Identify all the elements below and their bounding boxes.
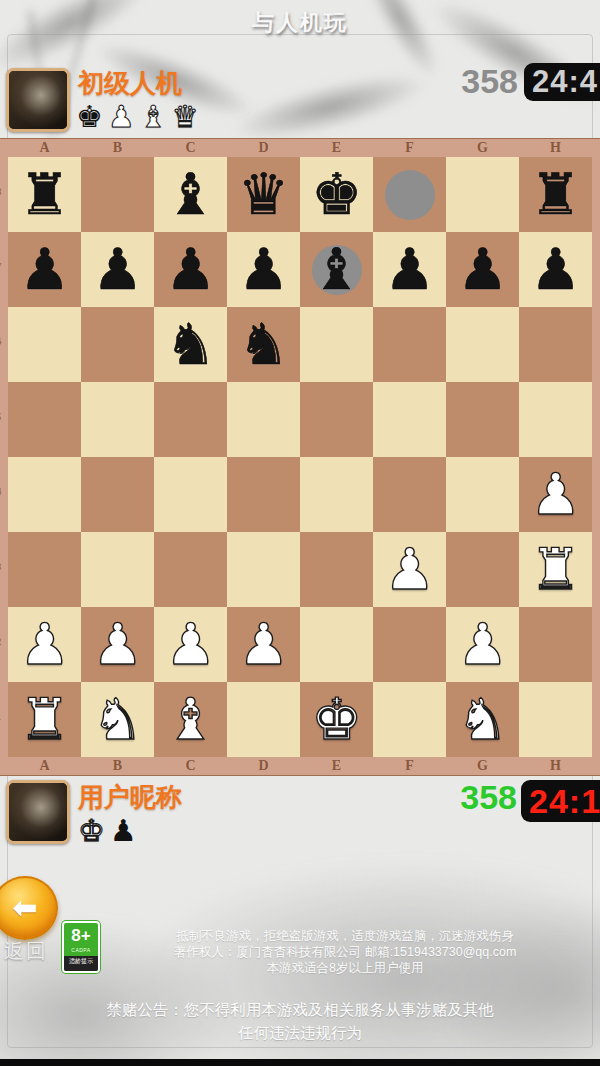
square-e7[interactable]: ♝ bbox=[300, 232, 373, 307]
piece-black-pawn: ♟ bbox=[165, 232, 216, 307]
file-label-c: C bbox=[154, 139, 227, 157]
square-c6[interactable]: ♞ bbox=[154, 307, 227, 382]
age-rating-badge: 8+ CADPA 适龄提示 bbox=[62, 921, 100, 973]
square-c2[interactable]: ♟ bbox=[154, 607, 227, 682]
square-g2[interactable]: ♟ bbox=[446, 607, 519, 682]
square-f6[interactable] bbox=[373, 307, 446, 382]
captured-white-queen: ♛ bbox=[172, 100, 199, 134]
square-a3[interactable] bbox=[8, 532, 81, 607]
file-label-e: E bbox=[300, 139, 373, 157]
square-h3[interactable]: ♜ bbox=[519, 532, 592, 607]
square-e6[interactable] bbox=[300, 307, 373, 382]
rank-label-2: 2 bbox=[0, 635, 8, 647]
piece-white-pawn: ♟ bbox=[238, 607, 289, 682]
disclaimer-text: 抵制不良游戏，拒绝盗版游戏，适度游戏益脑，沉迷游戏伤身 著作权人：厦门杳杳科技有… bbox=[100, 928, 590, 976]
square-g3[interactable] bbox=[446, 532, 519, 607]
piece-black-pawn: ♟ bbox=[530, 232, 581, 307]
rank-label-3: 3 bbox=[0, 560, 8, 572]
square-d3[interactable] bbox=[227, 532, 300, 607]
file-labels-bottom: ABCDEFGH bbox=[8, 757, 592, 775]
piece-black-pawn: ♟ bbox=[384, 232, 435, 307]
square-f3[interactable]: ♟ bbox=[373, 532, 446, 607]
square-h2[interactable] bbox=[519, 607, 592, 682]
square-c7[interactable]: ♟ bbox=[154, 232, 227, 307]
bottom-player-clock: 24:18 bbox=[521, 780, 600, 822]
piece-black-rook: ♜ bbox=[530, 157, 581, 232]
piece-black-bishop: ♝ bbox=[165, 157, 216, 232]
square-h4[interactable]: ♟ bbox=[519, 457, 592, 532]
square-e5[interactable] bbox=[300, 382, 373, 457]
square-f1[interactable] bbox=[373, 682, 446, 757]
square-e8[interactable]: ♚ bbox=[300, 157, 373, 232]
square-g6[interactable] bbox=[446, 307, 519, 382]
square-e4[interactable] bbox=[300, 457, 373, 532]
piece-black-bishop: ♝ bbox=[311, 232, 362, 307]
square-a4[interactable] bbox=[8, 457, 81, 532]
piece-black-pawn: ♟ bbox=[238, 232, 289, 307]
file-label-f: F bbox=[373, 757, 446, 775]
square-b4[interactable] bbox=[81, 457, 154, 532]
piece-white-rook: ♜ bbox=[19, 682, 70, 757]
file-label-g: G bbox=[446, 139, 519, 157]
square-d1[interactable] bbox=[227, 682, 300, 757]
piece-white-knight: ♞ bbox=[92, 682, 143, 757]
square-f8[interactable] bbox=[373, 157, 446, 232]
app-screen: 与人机玩 初级人机 ♚♟♝♛ 358 24:4 ABCDEFGH ♜♝♛♚♜♟♟… bbox=[0, 0, 600, 1066]
piece-black-knight: ♞ bbox=[165, 307, 216, 382]
file-label-b: B bbox=[81, 139, 154, 157]
rank-label-1: 1 bbox=[0, 710, 8, 722]
top-captured-tray: ♚♟♝♛ bbox=[76, 100, 199, 134]
square-d7[interactable]: ♟ bbox=[227, 232, 300, 307]
back-button-label: 返回 bbox=[4, 938, 48, 965]
anti-gambling-notice: 禁赌公告：您不得利用本游戏及相关服务从事涉赌及其他 任何违法违规行为 bbox=[0, 998, 600, 1044]
top-player-avatar[interactable] bbox=[6, 68, 70, 132]
square-a2[interactable]: ♟ bbox=[8, 607, 81, 682]
piece-black-pawn: ♟ bbox=[19, 232, 70, 307]
square-h5[interactable] bbox=[519, 382, 592, 457]
back-arrow-icon: ⬅ bbox=[12, 893, 37, 923]
bottom-system-bar bbox=[0, 1059, 600, 1066]
piece-black-pawn: ♟ bbox=[92, 232, 143, 307]
square-b2[interactable]: ♟ bbox=[81, 607, 154, 682]
file-label-a: A bbox=[8, 139, 81, 157]
square-d8[interactable]: ♛ bbox=[227, 157, 300, 232]
square-e3[interactable] bbox=[300, 532, 373, 607]
square-a8[interactable]: ♜ bbox=[8, 157, 81, 232]
piece-white-king: ♚ bbox=[311, 682, 362, 757]
square-g4[interactable] bbox=[446, 457, 519, 532]
square-d5[interactable] bbox=[227, 382, 300, 457]
top-player-name: 初级人机 bbox=[78, 66, 182, 101]
square-a6[interactable] bbox=[8, 307, 81, 382]
captured-white-bishop: ♝ bbox=[140, 100, 167, 134]
avatar-photo bbox=[9, 71, 67, 129]
square-g8[interactable] bbox=[446, 157, 519, 232]
square-h8[interactable]: ♜ bbox=[519, 157, 592, 232]
square-h1[interactable] bbox=[519, 682, 592, 757]
square-g7[interactable]: ♟ bbox=[446, 232, 519, 307]
file-label-a: A bbox=[8, 757, 81, 775]
file-label-h: H bbox=[519, 139, 592, 157]
square-f4[interactable] bbox=[373, 457, 446, 532]
bottom-player-score: 358 bbox=[425, 778, 517, 817]
file-labels-top: ABCDEFGH bbox=[8, 139, 592, 157]
square-c3[interactable] bbox=[154, 532, 227, 607]
avatar-photo bbox=[9, 783, 67, 841]
piece-white-pawn: ♟ bbox=[165, 607, 216, 682]
file-label-d: D bbox=[227, 757, 300, 775]
piece-black-queen: ♛ bbox=[238, 157, 289, 232]
square-d4[interactable] bbox=[227, 457, 300, 532]
piece-white-pawn: ♟ bbox=[457, 607, 508, 682]
file-label-d: D bbox=[227, 139, 300, 157]
square-e1[interactable]: ♚ bbox=[300, 682, 373, 757]
square-a5[interactable] bbox=[8, 382, 81, 457]
square-b7[interactable]: ♟ bbox=[81, 232, 154, 307]
bottom-captured-tray: ♚♟ bbox=[78, 814, 137, 848]
piece-white-bishop: ♝ bbox=[165, 682, 216, 757]
square-h7[interactable]: ♟ bbox=[519, 232, 592, 307]
captured-white-pawn: ♟ bbox=[108, 100, 135, 134]
square-b1[interactable]: ♞ bbox=[81, 682, 154, 757]
piece-black-pawn: ♟ bbox=[457, 232, 508, 307]
piece-white-pawn: ♟ bbox=[19, 607, 70, 682]
notice-line: 任何违法违规行为 bbox=[0, 1021, 600, 1044]
square-c5[interactable] bbox=[154, 382, 227, 457]
top-player-clock: 24:4 bbox=[524, 63, 600, 101]
black-king-side-icon: ♚ bbox=[76, 100, 103, 134]
disclaimer-line: 抵制不良游戏，拒绝盗版游戏，适度游戏益脑，沉迷游戏伤身 bbox=[100, 928, 590, 944]
rank-label-8: 8 bbox=[0, 185, 8, 197]
square-f2[interactable] bbox=[373, 607, 446, 682]
square-b8[interactable] bbox=[81, 157, 154, 232]
square-b5[interactable] bbox=[81, 382, 154, 457]
piece-white-pawn: ♟ bbox=[384, 532, 435, 607]
square-a1[interactable]: ♜ bbox=[8, 682, 81, 757]
square-d2[interactable]: ♟ bbox=[227, 607, 300, 682]
file-label-f: F bbox=[373, 139, 446, 157]
bottom-player-avatar[interactable] bbox=[6, 780, 70, 844]
piece-white-knight: ♞ bbox=[457, 682, 508, 757]
disclaimer-line: 著作权人：厦门杳杳科技有限公司 邮箱:1519433730@qq.com bbox=[100, 944, 590, 960]
square-g1[interactable]: ♞ bbox=[446, 682, 519, 757]
notice-line: 禁赌公告：您不得利用本游戏及相关服务从事涉赌及其他 bbox=[0, 998, 600, 1021]
piece-black-knight: ♞ bbox=[238, 307, 289, 382]
age-rating-subtitle: CADPA bbox=[71, 947, 90, 954]
top-player-score: 358 bbox=[430, 62, 518, 101]
age-rating-strip: 适龄提示 bbox=[64, 956, 98, 971]
file-label-c: C bbox=[154, 757, 227, 775]
rank-label-7: 7 bbox=[0, 260, 8, 272]
file-label-b: B bbox=[81, 757, 154, 775]
white-king-side-icon: ♚ bbox=[78, 814, 105, 848]
rank-label-5: 5 bbox=[0, 410, 8, 422]
square-b6[interactable] bbox=[81, 307, 154, 382]
file-label-h: H bbox=[519, 757, 592, 775]
square-g5[interactable] bbox=[446, 382, 519, 457]
square-c4[interactable] bbox=[154, 457, 227, 532]
square-a7[interactable]: ♟ bbox=[8, 232, 81, 307]
captured-black-pawn: ♟ bbox=[110, 814, 137, 848]
rank-label-4: 4 bbox=[0, 485, 8, 497]
file-label-g: G bbox=[446, 757, 519, 775]
rank-label-6: 6 bbox=[0, 335, 8, 347]
chess-board: ABCDEFGH ♜♝♛♚♜♟♟♟♟♝♟♟♟♞♞♟♟♜♟♟♟♟♟♜♞♝♚♞ AB… bbox=[0, 138, 600, 776]
square-b3[interactable] bbox=[81, 532, 154, 607]
square-d6[interactable]: ♞ bbox=[227, 307, 300, 382]
square-f5[interactable] bbox=[373, 382, 446, 457]
square-f7[interactable]: ♟ bbox=[373, 232, 446, 307]
age-rating-value: 8+ bbox=[71, 925, 90, 947]
piece-black-king: ♚ bbox=[311, 157, 362, 232]
board-squares: ♜♝♛♚♜♟♟♟♟♝♟♟♟♞♞♟♟♜♟♟♟♟♟♜♞♝♚♞ bbox=[8, 157, 592, 757]
bottom-player-name: 用户昵称 bbox=[78, 780, 182, 815]
piece-black-rook: ♜ bbox=[19, 157, 70, 232]
square-c1[interactable]: ♝ bbox=[154, 682, 227, 757]
last-move-highlight bbox=[385, 170, 435, 220]
page-title: 与人机玩 bbox=[0, 8, 600, 38]
square-e2[interactable] bbox=[300, 607, 373, 682]
square-h6[interactable] bbox=[519, 307, 592, 382]
square-c8[interactable]: ♝ bbox=[154, 157, 227, 232]
disclaimer-line: 本游戏适合8岁以上用户使用 bbox=[100, 960, 590, 976]
piece-white-pawn: ♟ bbox=[530, 457, 581, 532]
piece-white-pawn: ♟ bbox=[92, 607, 143, 682]
piece-white-rook: ♜ bbox=[530, 532, 581, 607]
file-label-e: E bbox=[300, 757, 373, 775]
